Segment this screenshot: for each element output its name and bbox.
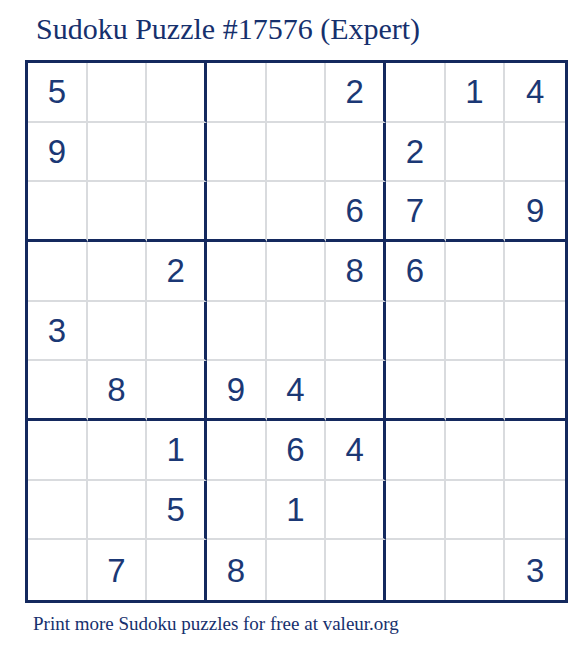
cell-r6c3[interactable] bbox=[147, 361, 207, 421]
cell-r4c7: 6 bbox=[386, 242, 446, 302]
cell-r9c5[interactable] bbox=[267, 540, 327, 600]
cell-r2c9[interactable] bbox=[505, 123, 565, 183]
cell-r6c7[interactable] bbox=[386, 361, 446, 421]
cell-r9c4: 8 bbox=[207, 540, 267, 600]
cell-r8c4[interactable] bbox=[207, 481, 267, 541]
cell-r8c6[interactable] bbox=[326, 481, 386, 541]
page-title: Sudoku Puzzle #17576 (Expert) bbox=[36, 12, 420, 45]
cell-r1c4[interactable] bbox=[207, 63, 267, 123]
cell-r4c6: 8 bbox=[326, 242, 386, 302]
cell-r7c6: 4 bbox=[326, 421, 386, 481]
cell-r8c1[interactable] bbox=[28, 481, 88, 541]
cell-r9c9: 3 bbox=[505, 540, 565, 600]
cell-r6c4: 9 bbox=[207, 361, 267, 421]
cell-r4c4[interactable] bbox=[207, 242, 267, 302]
cell-r4c1[interactable] bbox=[28, 242, 88, 302]
sudoku-page: Sudoku Puzzle #17576 (Expert) 5214926792… bbox=[0, 0, 580, 651]
cell-r5c1: 3 bbox=[28, 302, 88, 362]
cell-r1c6: 2 bbox=[326, 63, 386, 123]
cell-r4c3: 2 bbox=[147, 242, 207, 302]
cell-r1c1: 5 bbox=[28, 63, 88, 123]
cell-r9c6[interactable] bbox=[326, 540, 386, 600]
cell-r8c8[interactable] bbox=[446, 481, 506, 541]
cell-r7c7[interactable] bbox=[386, 421, 446, 481]
cell-r2c5[interactable] bbox=[267, 123, 327, 183]
cell-r9c1[interactable] bbox=[28, 540, 88, 600]
cell-r5c6[interactable] bbox=[326, 302, 386, 362]
cell-r6c5: 4 bbox=[267, 361, 327, 421]
cell-r7c1[interactable] bbox=[28, 421, 88, 481]
cell-r3c7: 7 bbox=[386, 182, 446, 242]
cell-r2c2[interactable] bbox=[88, 123, 148, 183]
cell-r2c4[interactable] bbox=[207, 123, 267, 183]
cell-r2c7: 2 bbox=[386, 123, 446, 183]
cell-r3c2[interactable] bbox=[88, 182, 148, 242]
cell-r8c9[interactable] bbox=[505, 481, 565, 541]
cell-r9c7[interactable] bbox=[386, 540, 446, 600]
cell-r3c3[interactable] bbox=[147, 182, 207, 242]
cell-r5c7[interactable] bbox=[386, 302, 446, 362]
cell-r4c9[interactable] bbox=[505, 242, 565, 302]
cell-r2c1: 9 bbox=[28, 123, 88, 183]
cell-r2c8[interactable] bbox=[446, 123, 506, 183]
cell-r3c9: 9 bbox=[505, 182, 565, 242]
footer-text: Print more Sudoku puzzles for free at va… bbox=[33, 613, 399, 636]
cell-r3c6: 6 bbox=[326, 182, 386, 242]
cell-r7c5: 6 bbox=[267, 421, 327, 481]
cell-r7c3: 1 bbox=[147, 421, 207, 481]
cell-r5c5[interactable] bbox=[267, 302, 327, 362]
cell-r6c1[interactable] bbox=[28, 361, 88, 421]
cell-r9c3[interactable] bbox=[147, 540, 207, 600]
cell-r4c8[interactable] bbox=[446, 242, 506, 302]
cell-r8c7[interactable] bbox=[386, 481, 446, 541]
cell-r5c3[interactable] bbox=[147, 302, 207, 362]
cell-r7c9[interactable] bbox=[505, 421, 565, 481]
cell-r3c1[interactable] bbox=[28, 182, 88, 242]
cell-r3c4[interactable] bbox=[207, 182, 267, 242]
cell-r2c6[interactable] bbox=[326, 123, 386, 183]
cell-r5c2[interactable] bbox=[88, 302, 148, 362]
cell-r6c2: 8 bbox=[88, 361, 148, 421]
cell-r4c2[interactable] bbox=[88, 242, 148, 302]
cell-r6c8[interactable] bbox=[446, 361, 506, 421]
cell-r7c2[interactable] bbox=[88, 421, 148, 481]
cell-r1c5[interactable] bbox=[267, 63, 327, 123]
cell-r8c3: 5 bbox=[147, 481, 207, 541]
cell-r5c4[interactable] bbox=[207, 302, 267, 362]
cell-r1c9: 4 bbox=[505, 63, 565, 123]
cell-r1c8: 1 bbox=[446, 63, 506, 123]
cell-r4c5[interactable] bbox=[267, 242, 327, 302]
cell-r2c3[interactable] bbox=[147, 123, 207, 183]
cell-r6c6[interactable] bbox=[326, 361, 386, 421]
cell-r8c2[interactable] bbox=[88, 481, 148, 541]
cell-r6c9[interactable] bbox=[505, 361, 565, 421]
cell-r7c4[interactable] bbox=[207, 421, 267, 481]
cell-r7c8[interactable] bbox=[446, 421, 506, 481]
cell-r9c2: 7 bbox=[88, 540, 148, 600]
cell-r5c9[interactable] bbox=[505, 302, 565, 362]
cell-r8c5: 1 bbox=[267, 481, 327, 541]
cell-r1c7[interactable] bbox=[386, 63, 446, 123]
cell-r1c3[interactable] bbox=[147, 63, 207, 123]
cell-r3c5[interactable] bbox=[267, 182, 327, 242]
cell-r1c2[interactable] bbox=[88, 63, 148, 123]
cell-r3c8[interactable] bbox=[446, 182, 506, 242]
cell-r5c8[interactable] bbox=[446, 302, 506, 362]
cell-r9c8[interactable] bbox=[446, 540, 506, 600]
sudoku-board: 521492679286389416451783 bbox=[25, 60, 568, 603]
